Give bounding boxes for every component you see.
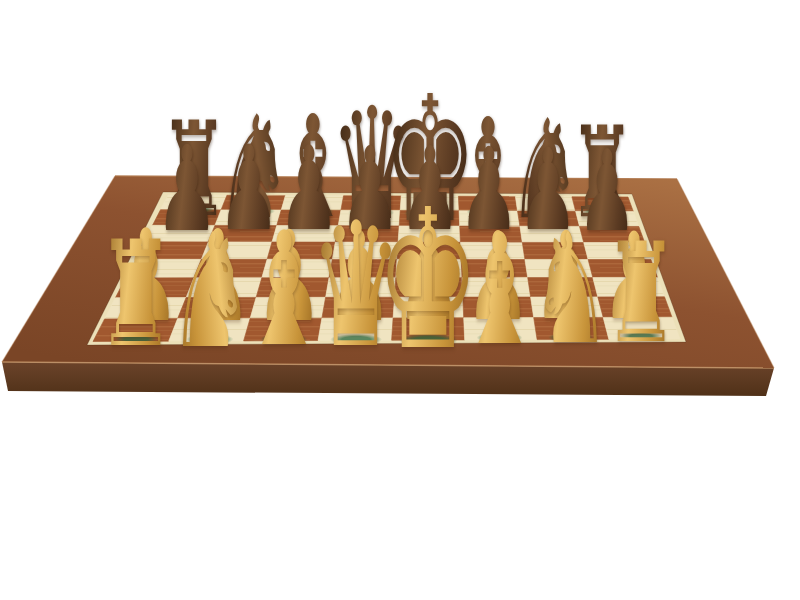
pieces-layer: ♜♞♝♛♚♝♞♜♟♟♟♟♟♟♟♟♟♟♟♟♟♟♟♟♜♞♝♛♚♝♞♜ <box>0 0 800 600</box>
white-rook-glyph: ♜ <box>604 225 678 363</box>
chessboard-photo-scene: ♜♞♝♛♚♝♞♜♟♟♟♟♟♟♟♟♟♟♟♟♟♟♟♟♜♞♝♛♚♝♞♜ <box>0 0 800 600</box>
piece-white-rook-h1[interactable]: ♜ <box>579 225 703 363</box>
